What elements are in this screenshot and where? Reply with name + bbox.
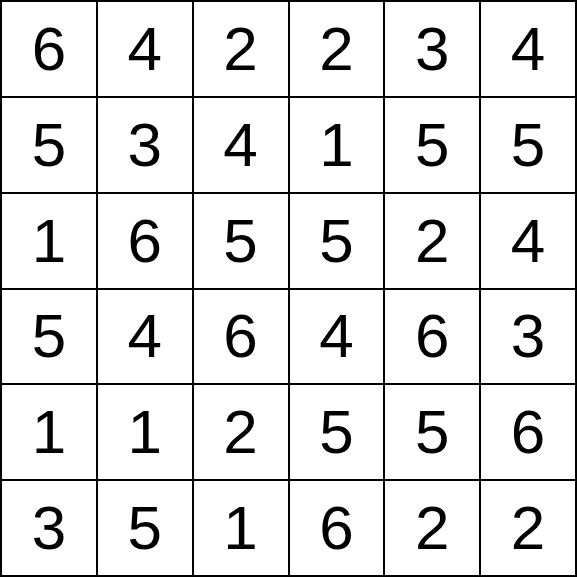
grid-cell-r1c6[interactable]: 4 [481, 2, 575, 96]
grid-cell-r2c2[interactable]: 3 [98, 98, 192, 192]
grid-cell-r2c5[interactable]: 5 [385, 98, 479, 192]
grid-cell-r6c1[interactable]: 3 [2, 481, 96, 575]
grid-cell-r5c2[interactable]: 1 [98, 385, 192, 479]
grid-cell-r3c3[interactable]: 5 [194, 194, 288, 288]
grid-cell-r5c4[interactable]: 5 [290, 385, 384, 479]
grid-cell-r6c4[interactable]: 6 [290, 481, 384, 575]
puzzle-grid: 642234534155165524546463112556351622 [0, 0, 577, 577]
grid-cell-r6c3[interactable]: 1 [194, 481, 288, 575]
grid-cell-r1c1[interactable]: 6 [2, 2, 96, 96]
grid-cell-r5c6[interactable]: 6 [481, 385, 575, 479]
grid-cell-r1c2[interactable]: 4 [98, 2, 192, 96]
grid-cell-r5c5[interactable]: 5 [385, 385, 479, 479]
grid-cell-r2c3[interactable]: 4 [194, 98, 288, 192]
grid-cell-r5c1[interactable]: 1 [2, 385, 96, 479]
grid-cell-r6c5[interactable]: 2 [385, 481, 479, 575]
grid-cell-r6c6[interactable]: 2 [481, 481, 575, 575]
grid-cell-r4c6[interactable]: 3 [481, 290, 575, 384]
grid-cell-r1c4[interactable]: 2 [290, 2, 384, 96]
grid-cell-r2c1[interactable]: 5 [2, 98, 96, 192]
grid-cell-r3c6[interactable]: 4 [481, 194, 575, 288]
grid-cell-r1c3[interactable]: 2 [194, 2, 288, 96]
grid-cell-r3c5[interactable]: 2 [385, 194, 479, 288]
grid-cell-r1c5[interactable]: 3 [385, 2, 479, 96]
grid-cell-r4c4[interactable]: 4 [290, 290, 384, 384]
grid-cell-r6c2[interactable]: 5 [98, 481, 192, 575]
grid-cell-r3c4[interactable]: 5 [290, 194, 384, 288]
grid-cell-r4c5[interactable]: 6 [385, 290, 479, 384]
grid-cell-r3c2[interactable]: 6 [98, 194, 192, 288]
grid-cell-r4c2[interactable]: 4 [98, 290, 192, 384]
grid-cell-r4c1[interactable]: 5 [2, 290, 96, 384]
grid-cell-r4c3[interactable]: 6 [194, 290, 288, 384]
grid-cell-r3c1[interactable]: 1 [2, 194, 96, 288]
grid-cell-r2c6[interactable]: 5 [481, 98, 575, 192]
grid-cell-r2c4[interactable]: 1 [290, 98, 384, 192]
grid-cell-r5c3[interactable]: 2 [194, 385, 288, 479]
